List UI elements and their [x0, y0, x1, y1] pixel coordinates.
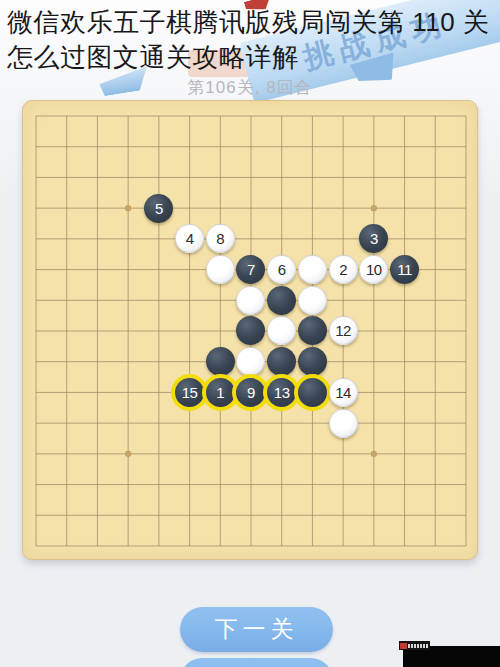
stone-black	[267, 286, 296, 315]
watermark-logo	[399, 641, 430, 650]
article-title: 微信欢乐五子棋腾讯版残局闯关第 110 关 怎么过图文通关攻略详解	[7, 5, 495, 75]
article-title-line2: 怎么过图文通关攻略详解	[7, 40, 495, 75]
stone-move-14: 14	[329, 378, 358, 407]
secondary-button-partial[interactable]	[180, 658, 333, 667]
stone-white	[329, 409, 358, 438]
stone-move-1-winning: 1	[206, 378, 235, 407]
watermark-red-icon	[400, 643, 407, 649]
article-title-line1: 微信欢乐五子棋腾讯版残局闯关第 110 关	[7, 5, 495, 40]
level-info: 第106关, 8回合	[0, 76, 500, 99]
stone-move-5: 5	[144, 194, 173, 223]
stone-move-12: 12	[329, 316, 358, 345]
stone-black	[206, 347, 235, 376]
watermark-text-blur	[408, 644, 429, 648]
gomoku-board[interactable]: 548376210111215191314	[22, 100, 478, 560]
stone-move-8: 8	[206, 224, 235, 253]
stone-black-winning	[298, 378, 327, 407]
stone-move-13-winning: 13	[267, 378, 296, 407]
stone-white	[206, 255, 235, 284]
stone-move-2: 2	[329, 255, 358, 284]
stone-move-15-winning: 15	[175, 378, 204, 407]
stone-white	[298, 255, 327, 284]
stone-move-11: 11	[390, 255, 419, 284]
next-level-button[interactable]: 下一关	[180, 607, 333, 652]
stone-white	[298, 286, 327, 315]
stone-black	[298, 347, 327, 376]
